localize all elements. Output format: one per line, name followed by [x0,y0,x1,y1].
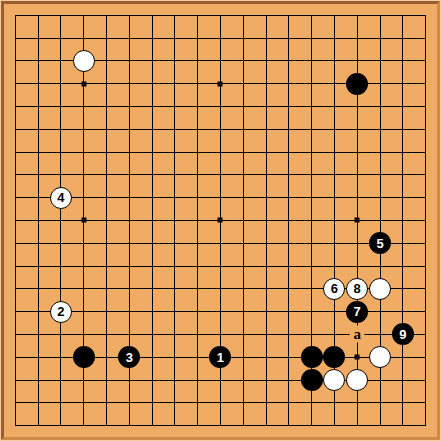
intersection-D3[interactable] [72,369,95,392]
intersection-K5[interactable] [209,323,232,346]
intersection-D10[interactable] [72,209,95,232]
intersection-O14[interactable] [300,118,323,141]
intersection-M19[interactable] [255,4,278,27]
intersection-P19[interactable] [323,4,346,27]
intersection-K7[interactable] [209,277,232,300]
intersection-F11[interactable] [118,186,141,209]
intersection-Q5[interactable]: a [346,323,369,346]
intersection-T3[interactable] [414,369,437,392]
intersection-T1[interactable] [414,414,437,437]
intersection-E9[interactable] [95,232,118,255]
intersection-C2[interactable] [50,391,73,414]
intersection-C13[interactable] [50,141,73,164]
intersection-B15[interactable] [27,95,50,118]
intersection-A15[interactable] [4,95,27,118]
intersection-L15[interactable] [232,95,255,118]
intersection-A19[interactable] [4,4,27,27]
intersection-P9[interactable] [323,232,346,255]
intersection-F5[interactable] [118,323,141,346]
intersection-E5[interactable] [95,323,118,346]
intersection-A6[interactable] [4,300,27,323]
intersection-H16[interactable] [164,72,187,95]
intersection-S1[interactable] [391,414,414,437]
intersection-M16[interactable] [255,72,278,95]
intersection-S4[interactable] [391,346,414,369]
intersection-R16[interactable] [369,72,392,95]
intersection-O7[interactable] [300,277,323,300]
intersection-Q2[interactable] [346,391,369,414]
intersection-H14[interactable] [164,118,187,141]
intersection-K17[interactable] [209,50,232,73]
intersection-C10[interactable] [50,209,73,232]
intersection-T7[interactable] [414,277,437,300]
intersection-L4[interactable] [232,346,255,369]
intersection-M6[interactable] [255,300,278,323]
intersection-G3[interactable] [141,369,164,392]
intersection-P13[interactable] [323,141,346,164]
intersection-O1[interactable] [300,414,323,437]
intersection-R9[interactable]: 5 [369,232,392,255]
intersection-P12[interactable] [323,164,346,187]
intersection-D1[interactable] [72,414,95,437]
intersection-E17[interactable] [95,50,118,73]
intersection-T11[interactable] [414,186,437,209]
intersection-A5[interactable] [4,323,27,346]
intersection-O9[interactable] [300,232,323,255]
intersection-A3[interactable] [4,369,27,392]
intersection-H6[interactable] [164,300,187,323]
intersection-R13[interactable] [369,141,392,164]
intersection-A4[interactable] [4,346,27,369]
intersection-B5[interactable] [27,323,50,346]
intersection-R18[interactable] [369,27,392,50]
intersection-H5[interactable] [164,323,187,346]
intersection-F8[interactable] [118,255,141,278]
intersection-P15[interactable] [323,95,346,118]
intersection-G19[interactable] [141,4,164,27]
intersection-N19[interactable] [277,4,300,27]
intersection-G6[interactable] [141,300,164,323]
intersection-C8[interactable] [50,255,73,278]
intersection-K12[interactable] [209,164,232,187]
intersection-R19[interactable] [369,4,392,27]
intersection-E16[interactable] [95,72,118,95]
intersection-S18[interactable] [391,27,414,50]
intersection-O10[interactable] [300,209,323,232]
intersection-D15[interactable] [72,95,95,118]
intersection-F16[interactable] [118,72,141,95]
intersection-A11[interactable] [4,186,27,209]
intersection-E19[interactable] [95,4,118,27]
intersection-T8[interactable] [414,255,437,278]
intersection-D14[interactable] [72,118,95,141]
intersection-P14[interactable] [323,118,346,141]
intersection-Q16[interactable] [346,72,369,95]
intersection-R14[interactable] [369,118,392,141]
intersection-J6[interactable] [186,300,209,323]
intersection-Q9[interactable] [346,232,369,255]
intersection-F18[interactable] [118,27,141,50]
intersection-Q6[interactable]: 7 [346,300,369,323]
intersection-F9[interactable] [118,232,141,255]
intersection-L11[interactable] [232,186,255,209]
intersection-M7[interactable] [255,277,278,300]
intersection-B4[interactable] [27,346,50,369]
intersection-T19[interactable] [414,4,437,27]
intersection-K10[interactable] [209,209,232,232]
intersection-S9[interactable] [391,232,414,255]
intersection-N3[interactable] [277,369,300,392]
intersection-E2[interactable] [95,391,118,414]
intersection-F6[interactable] [118,300,141,323]
intersection-A9[interactable] [4,232,27,255]
intersection-B12[interactable] [27,164,50,187]
intersection-J14[interactable] [186,118,209,141]
intersection-L12[interactable] [232,164,255,187]
intersection-Q1[interactable] [346,414,369,437]
intersection-H3[interactable] [164,369,187,392]
intersection-O15[interactable] [300,95,323,118]
intersection-R11[interactable] [369,186,392,209]
intersection-P18[interactable] [323,27,346,50]
intersection-Q10[interactable] [346,209,369,232]
intersection-P7[interactable]: 6 [323,277,346,300]
intersection-J2[interactable] [186,391,209,414]
intersection-T13[interactable] [414,141,437,164]
intersection-H15[interactable] [164,95,187,118]
intersection-J13[interactable] [186,141,209,164]
intersection-Q4[interactable] [346,346,369,369]
intersection-M18[interactable] [255,27,278,50]
intersection-E15[interactable] [95,95,118,118]
intersection-E1[interactable] [95,414,118,437]
intersection-B16[interactable] [27,72,50,95]
intersection-N11[interactable] [277,186,300,209]
intersection-Q12[interactable] [346,164,369,187]
intersection-Q7[interactable]: 8 [346,277,369,300]
intersection-B6[interactable] [27,300,50,323]
intersection-J18[interactable] [186,27,209,50]
intersection-S12[interactable] [391,164,414,187]
intersection-L18[interactable] [232,27,255,50]
intersection-N13[interactable] [277,141,300,164]
intersection-Q11[interactable] [346,186,369,209]
intersection-Q3[interactable] [346,369,369,392]
intersection-B1[interactable] [27,414,50,437]
intersection-A1[interactable] [4,414,27,437]
intersection-P11[interactable] [323,186,346,209]
intersection-C19[interactable] [50,4,73,27]
intersection-C15[interactable] [50,95,73,118]
intersection-G5[interactable] [141,323,164,346]
intersection-H1[interactable] [164,414,187,437]
intersection-F14[interactable] [118,118,141,141]
intersection-D19[interactable] [72,4,95,27]
intersection-P10[interactable] [323,209,346,232]
intersection-O19[interactable] [300,4,323,27]
intersection-C14[interactable] [50,118,73,141]
intersection-L1[interactable] [232,414,255,437]
intersection-K3[interactable] [209,369,232,392]
intersection-S10[interactable] [391,209,414,232]
intersection-O16[interactable] [300,72,323,95]
intersection-R15[interactable] [369,95,392,118]
intersection-A13[interactable] [4,141,27,164]
intersection-Q15[interactable] [346,95,369,118]
intersection-N2[interactable] [277,391,300,414]
intersection-P6[interactable] [323,300,346,323]
intersection-M1[interactable] [255,414,278,437]
intersection-L9[interactable] [232,232,255,255]
intersection-G2[interactable] [141,391,164,414]
intersection-E12[interactable] [95,164,118,187]
intersection-D18[interactable] [72,27,95,50]
intersection-T2[interactable] [414,391,437,414]
intersection-K13[interactable] [209,141,232,164]
intersection-E11[interactable] [95,186,118,209]
intersection-M9[interactable] [255,232,278,255]
intersection-G10[interactable] [141,209,164,232]
intersection-O4[interactable] [300,346,323,369]
intersection-C7[interactable] [50,277,73,300]
intersection-K19[interactable] [209,4,232,27]
intersection-F12[interactable] [118,164,141,187]
intersection-F4[interactable]: 3 [118,346,141,369]
intersection-N4[interactable] [277,346,300,369]
intersection-C18[interactable] [50,27,73,50]
intersection-P2[interactable] [323,391,346,414]
intersection-T15[interactable] [414,95,437,118]
intersection-J4[interactable] [186,346,209,369]
intersection-G1[interactable] [141,414,164,437]
intersection-S17[interactable] [391,50,414,73]
intersection-P5[interactable] [323,323,346,346]
intersection-B19[interactable] [27,4,50,27]
intersection-T10[interactable] [414,209,437,232]
intersection-B13[interactable] [27,141,50,164]
intersection-G15[interactable] [141,95,164,118]
intersection-B7[interactable] [27,277,50,300]
intersection-N7[interactable] [277,277,300,300]
intersection-G12[interactable] [141,164,164,187]
intersection-S3[interactable] [391,369,414,392]
intersection-J19[interactable] [186,4,209,27]
intersection-H13[interactable] [164,141,187,164]
intersection-O13[interactable] [300,141,323,164]
intersection-S2[interactable] [391,391,414,414]
intersection-B11[interactable] [27,186,50,209]
intersection-D2[interactable] [72,391,95,414]
intersection-S13[interactable] [391,141,414,164]
intersection-C4[interactable] [50,346,73,369]
intersection-E18[interactable] [95,27,118,50]
intersection-C3[interactable] [50,369,73,392]
intersection-K16[interactable] [209,72,232,95]
intersection-M15[interactable] [255,95,278,118]
intersection-N15[interactable] [277,95,300,118]
intersection-Q13[interactable] [346,141,369,164]
intersection-C6[interactable]: 2 [50,300,73,323]
intersection-R2[interactable] [369,391,392,414]
intersection-R1[interactable] [369,414,392,437]
intersection-D13[interactable] [72,141,95,164]
intersection-J7[interactable] [186,277,209,300]
intersection-P8[interactable] [323,255,346,278]
intersection-P4[interactable] [323,346,346,369]
intersection-S16[interactable] [391,72,414,95]
intersection-L16[interactable] [232,72,255,95]
intersection-F15[interactable] [118,95,141,118]
intersection-G8[interactable] [141,255,164,278]
intersection-K14[interactable] [209,118,232,141]
intersection-M3[interactable] [255,369,278,392]
intersection-M10[interactable] [255,209,278,232]
intersection-J10[interactable] [186,209,209,232]
intersection-R8[interactable] [369,255,392,278]
intersection-G7[interactable] [141,277,164,300]
intersection-A18[interactable] [4,27,27,50]
intersection-H10[interactable] [164,209,187,232]
intersection-A7[interactable] [4,277,27,300]
intersection-N14[interactable] [277,118,300,141]
intersection-L14[interactable] [232,118,255,141]
intersection-S8[interactable] [391,255,414,278]
intersection-O8[interactable] [300,255,323,278]
intersection-K6[interactable] [209,300,232,323]
intersection-T16[interactable] [414,72,437,95]
intersection-T14[interactable] [414,118,437,141]
intersection-T12[interactable] [414,164,437,187]
intersection-J3[interactable] [186,369,209,392]
intersection-K2[interactable] [209,391,232,414]
intersection-Q8[interactable] [346,255,369,278]
intersection-Q17[interactable] [346,50,369,73]
intersection-N8[interactable] [277,255,300,278]
intersection-S15[interactable] [391,95,414,118]
intersection-G11[interactable] [141,186,164,209]
intersection-K15[interactable] [209,95,232,118]
intersection-S11[interactable] [391,186,414,209]
intersection-Q18[interactable] [346,27,369,50]
intersection-A16[interactable] [4,72,27,95]
intersection-D11[interactable] [72,186,95,209]
intersection-E10[interactable] [95,209,118,232]
intersection-K11[interactable] [209,186,232,209]
intersection-R4[interactable] [369,346,392,369]
intersection-B17[interactable] [27,50,50,73]
intersection-D12[interactable] [72,164,95,187]
intersection-J17[interactable] [186,50,209,73]
intersection-G4[interactable] [141,346,164,369]
intersection-G13[interactable] [141,141,164,164]
intersection-E3[interactable] [95,369,118,392]
intersection-L7[interactable] [232,277,255,300]
intersection-A10[interactable] [4,209,27,232]
intersection-D7[interactable] [72,277,95,300]
intersection-E8[interactable] [95,255,118,278]
intersection-D8[interactable] [72,255,95,278]
intersection-B2[interactable] [27,391,50,414]
intersection-M8[interactable] [255,255,278,278]
intersection-L6[interactable] [232,300,255,323]
intersection-D5[interactable] [72,323,95,346]
intersection-S19[interactable] [391,4,414,27]
intersection-A8[interactable] [4,255,27,278]
intersection-O2[interactable] [300,391,323,414]
intersection-L8[interactable] [232,255,255,278]
intersection-O12[interactable] [300,164,323,187]
intersection-J12[interactable] [186,164,209,187]
intersection-C12[interactable] [50,164,73,187]
intersection-J11[interactable] [186,186,209,209]
intersection-F13[interactable] [118,141,141,164]
intersection-O3[interactable] [300,369,323,392]
intersection-A17[interactable] [4,50,27,73]
intersection-H4[interactable] [164,346,187,369]
intersection-J15[interactable] [186,95,209,118]
intersection-R5[interactable] [369,323,392,346]
intersection-B10[interactable] [27,209,50,232]
intersection-K18[interactable] [209,27,232,50]
intersection-P3[interactable] [323,369,346,392]
intersection-N5[interactable] [277,323,300,346]
intersection-H11[interactable] [164,186,187,209]
intersection-M4[interactable] [255,346,278,369]
intersection-F3[interactable] [118,369,141,392]
intersection-L2[interactable] [232,391,255,414]
intersection-G17[interactable] [141,50,164,73]
intersection-S5[interactable]: 9 [391,323,414,346]
intersection-D6[interactable] [72,300,95,323]
intersection-G9[interactable] [141,232,164,255]
intersection-M12[interactable] [255,164,278,187]
intersection-S7[interactable] [391,277,414,300]
intersection-O11[interactable] [300,186,323,209]
intersection-H19[interactable] [164,4,187,27]
intersection-B3[interactable] [27,369,50,392]
intersection-H7[interactable] [164,277,187,300]
intersection-K9[interactable] [209,232,232,255]
intersection-O17[interactable] [300,50,323,73]
intersection-M14[interactable] [255,118,278,141]
intersection-S14[interactable] [391,118,414,141]
intersection-M11[interactable] [255,186,278,209]
intersection-N10[interactable] [277,209,300,232]
intersection-D16[interactable] [72,72,95,95]
intersection-L10[interactable] [232,209,255,232]
intersection-A14[interactable] [4,118,27,141]
intersection-C5[interactable] [50,323,73,346]
intersection-G18[interactable] [141,27,164,50]
intersection-Q14[interactable] [346,118,369,141]
intersection-T5[interactable] [414,323,437,346]
intersection-O5[interactable] [300,323,323,346]
intersection-N1[interactable] [277,414,300,437]
intersection-E7[interactable] [95,277,118,300]
intersection-K4[interactable]: 1 [209,346,232,369]
intersection-C16[interactable] [50,72,73,95]
intersection-B14[interactable] [27,118,50,141]
intersection-R17[interactable] [369,50,392,73]
intersection-K8[interactable] [209,255,232,278]
intersection-L19[interactable] [232,4,255,27]
intersection-T17[interactable] [414,50,437,73]
intersection-T9[interactable] [414,232,437,255]
intersection-F19[interactable] [118,4,141,27]
intersection-N12[interactable] [277,164,300,187]
intersection-H2[interactable] [164,391,187,414]
intersection-H18[interactable] [164,27,187,50]
